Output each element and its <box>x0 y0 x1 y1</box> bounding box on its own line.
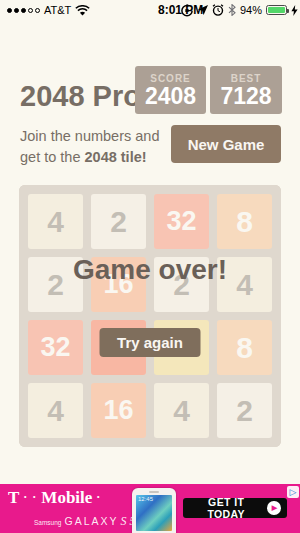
location-arrow-icon <box>198 5 208 15</box>
game-board[interactable]: 42328216243264128841642 Game over! Try a… <box>19 185 281 447</box>
adchoices-icon[interactable]: ▷ <box>287 486 299 498</box>
battery-percent-label: 94% <box>240 4 262 16</box>
game-over-overlay <box>19 185 281 447</box>
score-box: SCORE 2408 <box>135 66 206 114</box>
carrier-label: AT&T <box>44 4 71 16</box>
charging-bolt-icon <box>291 5 298 16</box>
phone-clock-text: 12:45 <box>138 496 153 502</box>
signal-strength-dots <box>7 8 40 13</box>
get-it-today-button[interactable]: GET IT TODAY ▶ <box>183 498 287 518</box>
signal-dot <box>35 8 40 13</box>
phone-speaker <box>149 491 159 493</box>
try-again-button[interactable]: Try again <box>100 328 201 357</box>
new-game-button[interactable]: New Game <box>171 125 281 163</box>
ad-banner[interactable]: T · · Mobile · SamsungGALAXYS 5 12:45 GE… <box>0 484 300 533</box>
game-over-message: Game over! <box>19 254 281 286</box>
page-title: 2048 Pro <box>20 80 141 113</box>
signal-dot <box>21 8 26 13</box>
intro-text: Join the numbers and get to the 2048 til… <box>20 126 159 168</box>
battery-icon <box>266 5 287 15</box>
tmobile-logo: T · · Mobile · <box>8 488 101 508</box>
phone-screen: AT&T 8:01 PM <box>0 0 300 533</box>
signal-dot <box>7 8 12 13</box>
goal-tile-text: 2048 tile! <box>85 149 147 165</box>
alarm-clock-icon <box>212 4 224 16</box>
signal-dot <box>28 8 33 13</box>
battery-fill <box>268 7 285 13</box>
score-value: 2408 <box>135 84 206 108</box>
wifi-icon <box>75 5 90 16</box>
phone-image: 12:45 <box>132 488 176 533</box>
best-box: BEST 7128 <box>210 66 282 114</box>
orientation-lock-icon <box>180 4 194 17</box>
play-circle-icon: ▶ <box>267 501 281 515</box>
best-value: 7128 <box>210 84 282 108</box>
galaxy-s5-label: SamsungGALAXYS 5 <box>34 511 136 529</box>
phone-screen-image: 12:45 <box>136 495 172 531</box>
signal-dot <box>14 8 19 13</box>
bluetooth-icon <box>228 4 236 16</box>
status-bar: AT&T 8:01 PM <box>0 0 300 20</box>
